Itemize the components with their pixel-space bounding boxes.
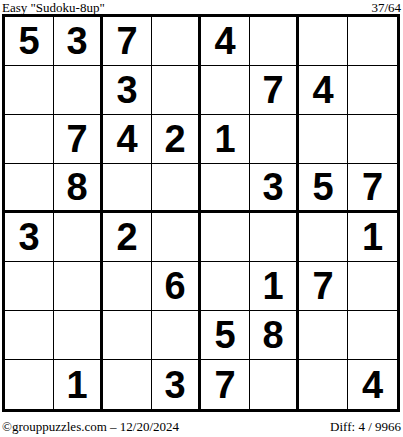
cell-r5c3[interactable]: 2 <box>103 213 152 262</box>
cell-r7c1[interactable] <box>5 311 54 360</box>
cell-r7c8[interactable] <box>348 311 397 360</box>
cell-r8c8[interactable]: 4 <box>348 360 397 409</box>
cell-r4c1[interactable] <box>5 164 54 213</box>
footer-credit: ©grouppuzzles.com – 12/20/2024 <box>2 419 179 434</box>
cell-r6c8[interactable] <box>348 262 397 311</box>
cell-r2c7[interactable]: 4 <box>299 66 348 115</box>
cell-r3c8[interactable] <box>348 115 397 164</box>
cell-r1c5[interactable]: 4 <box>201 17 250 66</box>
cell-r4c4[interactable] <box>152 164 201 213</box>
cell-r6c6[interactable]: 1 <box>250 262 299 311</box>
cell-r7c2[interactable] <box>54 311 103 360</box>
cell-r6c2[interactable] <box>54 262 103 311</box>
header: Easy "Sudoku-8up" 37/64 <box>2 0 401 14</box>
cell-r5c5[interactable] <box>201 213 250 262</box>
empty-cell-counter: 37/64 <box>371 1 401 14</box>
cell-r2c3[interactable]: 3 <box>103 66 152 115</box>
cell-r6c1[interactable] <box>5 262 54 311</box>
cell-r7c7[interactable] <box>299 311 348 360</box>
cell-r8c2[interactable]: 1 <box>54 360 103 409</box>
cell-r6c7[interactable]: 7 <box>299 262 348 311</box>
cell-r4c5[interactable] <box>201 164 250 213</box>
cell-r8c3[interactable] <box>103 360 152 409</box>
cell-r1c7[interactable] <box>299 17 348 66</box>
cell-r4c8[interactable]: 7 <box>348 164 397 213</box>
cell-r5c4[interactable] <box>152 213 201 262</box>
cell-r2c2[interactable] <box>54 66 103 115</box>
cell-r1c8[interactable] <box>348 17 397 66</box>
cell-r6c3[interactable] <box>103 262 152 311</box>
cell-r6c4[interactable]: 6 <box>152 262 201 311</box>
cell-r8c6[interactable] <box>250 360 299 409</box>
cell-r3c2[interactable]: 7 <box>54 115 103 164</box>
cell-r4c6[interactable]: 3 <box>250 164 299 213</box>
cell-r3c7[interactable] <box>299 115 348 164</box>
cell-r7c4[interactable] <box>152 311 201 360</box>
cell-r3c5[interactable]: 1 <box>201 115 250 164</box>
cell-r8c7[interactable] <box>299 360 348 409</box>
cell-r2c6[interactable]: 7 <box>250 66 299 115</box>
cell-r7c6[interactable]: 8 <box>250 311 299 360</box>
puzzle-title: Easy "Sudoku-8up" <box>2 1 105 14</box>
footer-difficulty: Diff: 4 / 9966 <box>330 419 401 434</box>
cell-r8c1[interactable] <box>5 360 54 409</box>
sudoku-board: 537437474218357321617581374 <box>2 14 400 412</box>
cell-r4c2[interactable]: 8 <box>54 164 103 213</box>
cell-r1c3[interactable]: 7 <box>103 17 152 66</box>
footer: ©grouppuzzles.com – 12/20/2024 Diff: 4 /… <box>2 419 401 434</box>
cell-r3c6[interactable] <box>250 115 299 164</box>
cell-r3c4[interactable]: 2 <box>152 115 201 164</box>
cell-r5c8[interactable]: 1 <box>348 213 397 262</box>
cell-r4c7[interactable]: 5 <box>299 164 348 213</box>
cell-r7c5[interactable]: 5 <box>201 311 250 360</box>
cell-r3c3[interactable]: 4 <box>103 115 152 164</box>
cell-r1c2[interactable]: 3 <box>54 17 103 66</box>
page: Easy "Sudoku-8up" 37/64 5374374742183573… <box>0 0 403 437</box>
cell-r5c2[interactable] <box>54 213 103 262</box>
cell-r1c6[interactable] <box>250 17 299 66</box>
cell-r5c6[interactable] <box>250 213 299 262</box>
cell-r1c4[interactable] <box>152 17 201 66</box>
cell-r5c1[interactable]: 3 <box>5 213 54 262</box>
cell-r2c4[interactable] <box>152 66 201 115</box>
cell-r7c3[interactable] <box>103 311 152 360</box>
cell-r3c1[interactable] <box>5 115 54 164</box>
cell-r1c1[interactable]: 5 <box>5 17 54 66</box>
cell-r8c5[interactable]: 7 <box>201 360 250 409</box>
cell-r8c4[interactable]: 3 <box>152 360 201 409</box>
cell-r5c7[interactable] <box>299 213 348 262</box>
cell-r6c5[interactable] <box>201 262 250 311</box>
cell-r2c8[interactable] <box>348 66 397 115</box>
cell-r2c5[interactable] <box>201 66 250 115</box>
cell-r2c1[interactable] <box>5 66 54 115</box>
cell-r4c3[interactable] <box>103 164 152 213</box>
